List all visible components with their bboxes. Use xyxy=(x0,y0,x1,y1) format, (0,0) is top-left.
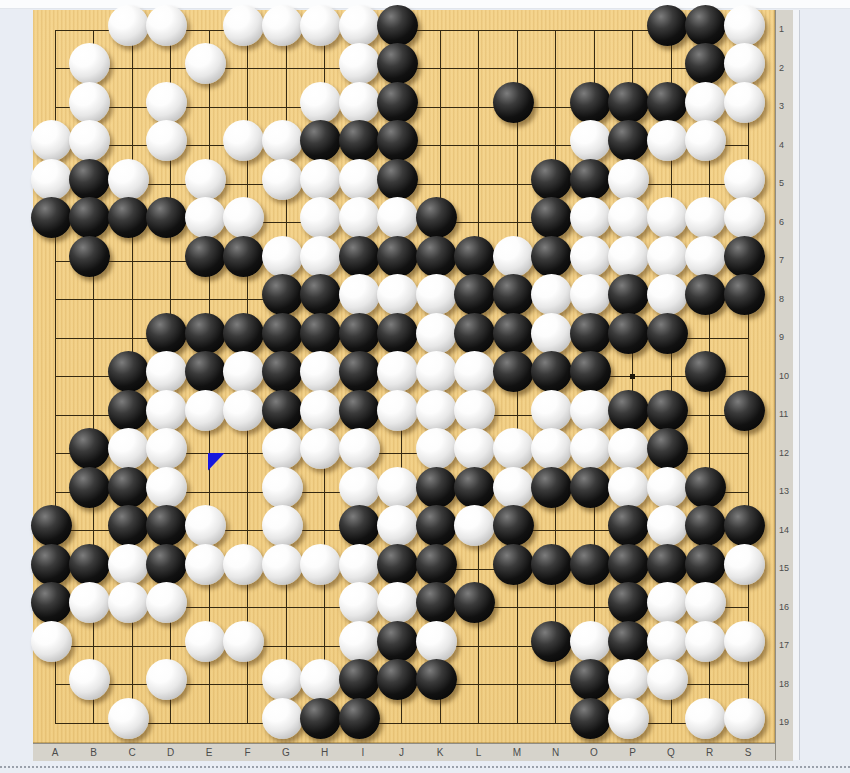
white-stone xyxy=(608,467,649,508)
black-stone xyxy=(685,351,726,392)
black-stone xyxy=(339,659,380,700)
white-stone xyxy=(108,582,149,623)
white-stone xyxy=(608,698,649,739)
white-stone xyxy=(262,159,303,200)
black-stone xyxy=(454,313,495,354)
white-stone xyxy=(570,197,611,238)
white-stone xyxy=(608,197,649,238)
white-stone xyxy=(454,390,495,431)
row-label-11: 11 xyxy=(779,409,788,421)
column-label-B: B xyxy=(84,747,104,758)
black-stone xyxy=(570,467,611,508)
black-stone xyxy=(377,236,418,277)
black-stone xyxy=(531,159,572,200)
black-stone xyxy=(339,120,380,161)
black-stone xyxy=(108,467,149,508)
black-stone xyxy=(262,313,303,354)
white-stone xyxy=(685,698,726,739)
white-stone xyxy=(647,582,688,623)
column-label-Q: Q xyxy=(661,747,681,758)
black-stone xyxy=(31,544,72,585)
black-stone xyxy=(300,698,341,739)
white-stone xyxy=(339,544,380,585)
black-stone xyxy=(339,390,380,431)
white-stone xyxy=(724,43,765,84)
row-label-2: 2 xyxy=(779,63,784,75)
black-stone xyxy=(185,351,226,392)
go-board[interactable] xyxy=(33,10,775,743)
white-stone xyxy=(262,120,303,161)
white-stone xyxy=(185,197,226,238)
white-stone xyxy=(185,505,226,546)
black-stone xyxy=(685,544,726,585)
black-stone xyxy=(339,236,380,277)
black-stone xyxy=(608,544,649,585)
column-label-R: R xyxy=(700,747,720,758)
column-label-P: P xyxy=(623,747,643,758)
white-stone xyxy=(185,621,226,662)
black-stone xyxy=(608,120,649,161)
black-stone xyxy=(493,274,534,315)
black-stone xyxy=(608,82,649,123)
black-stone xyxy=(377,659,418,700)
black-stone xyxy=(31,582,72,623)
white-stone xyxy=(377,274,418,315)
white-stone xyxy=(647,505,688,546)
row-label-8: 8 xyxy=(779,294,784,306)
column-label-H: H xyxy=(315,747,335,758)
white-stone xyxy=(377,505,418,546)
black-stone xyxy=(262,351,303,392)
white-stone xyxy=(262,544,303,585)
black-stone xyxy=(416,505,457,546)
black-stone xyxy=(531,544,572,585)
column-label-G: G xyxy=(276,747,296,758)
white-stone xyxy=(108,544,149,585)
white-stone xyxy=(377,467,418,508)
white-stone xyxy=(185,390,226,431)
black-stone xyxy=(608,274,649,315)
white-stone xyxy=(300,428,341,469)
column-label-E: E xyxy=(199,747,219,758)
row-labels-gutter: 12345678910111213141516171819 xyxy=(775,10,794,760)
white-stone xyxy=(570,621,611,662)
column-labels-gutter: ABCDEFGHIJKLMNOPQRS xyxy=(33,743,793,761)
black-stone xyxy=(377,159,418,200)
black-stone xyxy=(608,505,649,546)
white-stone xyxy=(339,582,380,623)
black-stone xyxy=(570,82,611,123)
white-stone xyxy=(454,428,495,469)
black-stone xyxy=(493,351,534,392)
black-stone xyxy=(416,197,457,238)
white-stone xyxy=(69,582,110,623)
white-stone xyxy=(685,582,726,623)
white-stone xyxy=(300,197,341,238)
white-stone xyxy=(570,390,611,431)
white-stone xyxy=(339,5,380,46)
white-stone xyxy=(223,544,264,585)
white-stone xyxy=(300,659,341,700)
white-stone xyxy=(416,621,457,662)
column-label-A: A xyxy=(45,747,65,758)
white-stone xyxy=(146,390,187,431)
black-stone xyxy=(146,313,187,354)
column-label-J: J xyxy=(392,747,412,758)
black-stone xyxy=(31,197,72,238)
white-stone xyxy=(416,313,457,354)
white-stone xyxy=(416,351,457,392)
black-stone xyxy=(69,197,110,238)
white-stone xyxy=(570,274,611,315)
black-stone xyxy=(647,5,688,46)
black-stone xyxy=(685,5,726,46)
row-label-1: 1 xyxy=(779,24,784,36)
black-stone xyxy=(416,659,457,700)
black-stone xyxy=(647,82,688,123)
white-stone xyxy=(185,43,226,84)
white-stone xyxy=(493,236,534,277)
black-stone xyxy=(454,274,495,315)
white-stone xyxy=(223,120,264,161)
black-stone xyxy=(69,544,110,585)
white-stone xyxy=(146,82,187,123)
go-client-screen: ABCDEFGHIJKLMNOPQRS 12345678910111213141… xyxy=(0,0,850,773)
black-stone xyxy=(570,659,611,700)
white-stone xyxy=(262,505,303,546)
black-stone xyxy=(300,313,341,354)
black-stone xyxy=(416,467,457,508)
white-stone xyxy=(300,236,341,277)
black-stone xyxy=(69,467,110,508)
black-stone xyxy=(416,582,457,623)
black-stone xyxy=(377,82,418,123)
white-stone xyxy=(146,659,187,700)
black-stone xyxy=(146,544,187,585)
row-label-15: 15 xyxy=(779,563,789,575)
white-stone xyxy=(300,5,341,46)
white-stone xyxy=(647,621,688,662)
black-stone xyxy=(685,467,726,508)
black-stone xyxy=(454,582,495,623)
white-stone xyxy=(262,698,303,739)
black-stone xyxy=(300,120,341,161)
white-stone xyxy=(493,467,534,508)
white-stone xyxy=(339,428,380,469)
black-stone xyxy=(531,197,572,238)
bottom-dotted-divider xyxy=(0,766,850,768)
white-stone xyxy=(262,236,303,277)
row-label-17: 17 xyxy=(779,640,789,652)
white-stone xyxy=(300,544,341,585)
white-stone xyxy=(339,274,380,315)
black-stone xyxy=(377,313,418,354)
black-stone xyxy=(570,698,611,739)
white-stone xyxy=(685,120,726,161)
white-stone xyxy=(724,698,765,739)
black-stone xyxy=(570,544,611,585)
white-stone xyxy=(377,582,418,623)
white-stone xyxy=(416,428,457,469)
black-stone xyxy=(531,467,572,508)
white-stone xyxy=(300,390,341,431)
black-stone xyxy=(531,236,572,277)
white-stone xyxy=(339,467,380,508)
white-stone xyxy=(108,159,149,200)
black-stone xyxy=(108,505,149,546)
black-stone xyxy=(608,582,649,623)
white-stone xyxy=(570,428,611,469)
white-stone xyxy=(454,351,495,392)
white-stone xyxy=(647,120,688,161)
white-stone xyxy=(724,159,765,200)
black-stone xyxy=(608,313,649,354)
row-label-5: 5 xyxy=(779,178,784,190)
black-stone xyxy=(416,544,457,585)
white-stone xyxy=(146,467,187,508)
white-stone xyxy=(339,197,380,238)
white-stone xyxy=(724,544,765,585)
white-stone xyxy=(223,5,264,46)
white-stone xyxy=(262,467,303,508)
column-label-S: S xyxy=(738,747,758,758)
row-label-16: 16 xyxy=(779,602,789,614)
white-stone xyxy=(647,274,688,315)
black-stone xyxy=(339,505,380,546)
white-stone xyxy=(146,582,187,623)
black-stone xyxy=(146,197,187,238)
white-stone xyxy=(608,659,649,700)
black-stone xyxy=(377,43,418,84)
black-stone xyxy=(185,313,226,354)
row-label-9: 9 xyxy=(779,332,784,344)
white-stone xyxy=(223,621,264,662)
black-stone xyxy=(416,236,457,277)
black-stone xyxy=(69,428,110,469)
black-stone xyxy=(647,428,688,469)
white-stone xyxy=(339,82,380,123)
white-stone xyxy=(647,467,688,508)
white-stone xyxy=(685,621,726,662)
white-stone xyxy=(416,274,457,315)
black-stone xyxy=(724,390,765,431)
column-label-I: I xyxy=(353,747,373,758)
white-stone xyxy=(146,5,187,46)
white-stone xyxy=(223,390,264,431)
black-stone xyxy=(69,236,110,277)
stones-layer xyxy=(33,10,775,743)
black-stone xyxy=(570,159,611,200)
row-label-14: 14 xyxy=(779,525,789,537)
white-stone xyxy=(647,197,688,238)
column-label-N: N xyxy=(546,747,566,758)
white-stone xyxy=(185,159,226,200)
white-stone xyxy=(493,428,534,469)
white-stone xyxy=(724,82,765,123)
white-stone xyxy=(339,621,380,662)
white-stone xyxy=(608,236,649,277)
white-stone xyxy=(685,236,726,277)
white-stone xyxy=(69,43,110,84)
black-stone xyxy=(108,197,149,238)
white-stone xyxy=(531,390,572,431)
column-label-O: O xyxy=(584,747,604,758)
black-stone xyxy=(647,544,688,585)
column-label-M: M xyxy=(507,747,527,758)
white-stone xyxy=(31,159,72,200)
white-stone xyxy=(300,82,341,123)
white-stone xyxy=(146,351,187,392)
black-stone xyxy=(531,351,572,392)
row-label-4: 4 xyxy=(779,140,784,152)
black-stone xyxy=(300,274,341,315)
white-stone xyxy=(146,428,187,469)
black-stone xyxy=(493,505,534,546)
black-stone xyxy=(724,236,765,277)
black-stone xyxy=(262,390,303,431)
black-stone xyxy=(685,505,726,546)
black-stone xyxy=(339,313,380,354)
black-stone xyxy=(31,505,72,546)
white-stone xyxy=(339,43,380,84)
black-stone xyxy=(146,505,187,546)
black-stone xyxy=(724,505,765,546)
right-edge-strip xyxy=(793,10,800,760)
white-stone xyxy=(570,236,611,277)
black-stone xyxy=(493,313,534,354)
white-stone xyxy=(262,659,303,700)
white-stone xyxy=(454,505,495,546)
white-stone xyxy=(300,351,341,392)
column-label-K: K xyxy=(430,747,450,758)
white-stone xyxy=(724,197,765,238)
black-stone xyxy=(377,544,418,585)
white-stone xyxy=(531,274,572,315)
white-stone xyxy=(685,197,726,238)
black-stone xyxy=(531,621,572,662)
black-stone xyxy=(339,698,380,739)
white-stone xyxy=(608,428,649,469)
white-stone xyxy=(724,621,765,662)
white-stone xyxy=(31,621,72,662)
white-stone xyxy=(377,351,418,392)
white-stone xyxy=(531,313,572,354)
black-stone xyxy=(493,544,534,585)
black-stone xyxy=(377,5,418,46)
white-stone xyxy=(69,82,110,123)
black-stone xyxy=(454,467,495,508)
white-stone xyxy=(223,197,264,238)
white-stone xyxy=(146,120,187,161)
white-stone xyxy=(185,544,226,585)
black-stone xyxy=(570,351,611,392)
white-stone xyxy=(377,390,418,431)
black-stone xyxy=(223,313,264,354)
black-stone xyxy=(339,351,380,392)
white-stone xyxy=(416,390,457,431)
column-label-L: L xyxy=(469,747,489,758)
row-label-12: 12 xyxy=(779,448,789,460)
white-stone xyxy=(647,659,688,700)
black-stone xyxy=(647,313,688,354)
black-stone xyxy=(377,621,418,662)
black-stone xyxy=(262,274,303,315)
black-stone xyxy=(570,313,611,354)
white-stone xyxy=(531,428,572,469)
black-stone xyxy=(647,390,688,431)
black-stone xyxy=(108,351,149,392)
row-label-7: 7 xyxy=(779,255,784,267)
black-stone xyxy=(608,390,649,431)
row-label-18: 18 xyxy=(779,679,789,691)
row-label-10: 10 xyxy=(779,371,789,383)
black-stone xyxy=(685,43,726,84)
white-stone xyxy=(223,351,264,392)
black-stone xyxy=(454,236,495,277)
column-label-C: C xyxy=(122,747,142,758)
black-stone xyxy=(69,159,110,200)
white-stone xyxy=(685,82,726,123)
white-stone xyxy=(108,428,149,469)
row-label-3: 3 xyxy=(779,101,784,113)
white-stone xyxy=(108,698,149,739)
black-stone xyxy=(608,621,649,662)
black-stone xyxy=(724,274,765,315)
white-stone xyxy=(647,236,688,277)
white-stone xyxy=(69,120,110,161)
white-stone xyxy=(339,159,380,200)
white-stone xyxy=(69,659,110,700)
black-stone xyxy=(185,236,226,277)
column-label-F: F xyxy=(238,747,258,758)
white-stone xyxy=(570,120,611,161)
white-stone xyxy=(262,5,303,46)
row-label-6: 6 xyxy=(779,217,784,229)
column-label-D: D xyxy=(161,747,181,758)
black-stone xyxy=(108,390,149,431)
white-stone xyxy=(108,5,149,46)
white-stone xyxy=(608,159,649,200)
row-label-13: 13 xyxy=(779,486,789,498)
white-stone xyxy=(377,197,418,238)
black-stone xyxy=(493,82,534,123)
black-stone xyxy=(685,274,726,315)
white-stone xyxy=(31,120,72,161)
black-stone xyxy=(377,120,418,161)
row-label-19: 19 xyxy=(779,717,789,729)
white-stone xyxy=(262,428,303,469)
black-stone xyxy=(223,236,264,277)
white-stone xyxy=(724,5,765,46)
white-stone xyxy=(300,159,341,200)
